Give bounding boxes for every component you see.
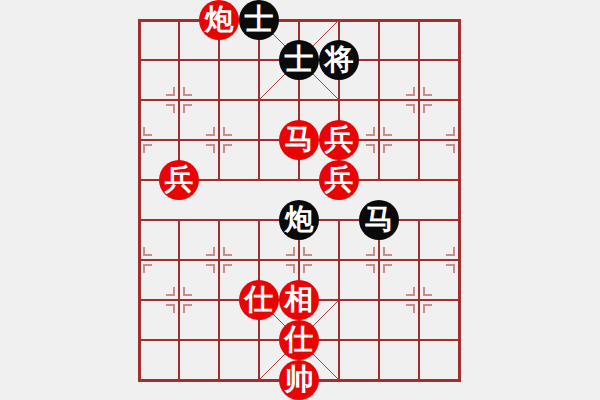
piece-glyph: 马 (285, 125, 314, 154)
piece-black-general[interactable]: 将 (319, 40, 359, 80)
piece-glyph: 炮 (205, 5, 234, 34)
piece-glyph: 士 (285, 45, 314, 74)
piece-glyph: 兵 (325, 125, 354, 154)
piece-red-advisor[interactable]: 仕 (279, 320, 319, 360)
piece-glyph: 相 (285, 285, 314, 314)
piece-glyph: 兵 (165, 165, 194, 194)
piece-black-horse[interactable]: 马 (359, 200, 399, 240)
piece-glyph: 帅 (285, 365, 314, 394)
xiangqi-board[interactable]: 炮士士将马兵兵兵炮马仕相仕帅 (119, 0, 479, 400)
piece-glyph: 兵 (325, 165, 354, 194)
board-area: 炮士士将马兵兵兵炮马仕相仕帅 (0, 0, 600, 400)
piece-red-horse[interactable]: 马 (279, 120, 319, 160)
piece-glyph: 马 (365, 205, 394, 234)
piece-red-advisor[interactable]: 仕 (239, 280, 279, 320)
piece-red-elephant[interactable]: 相 (279, 280, 319, 320)
piece-red-soldier[interactable]: 兵 (319, 120, 359, 160)
piece-red-general[interactable]: 帅 (279, 360, 319, 400)
piece-red-soldier[interactable]: 兵 (319, 160, 359, 200)
piece-glyph: 炮 (285, 205, 314, 234)
piece-black-advisor[interactable]: 士 (239, 0, 279, 40)
piece-glyph: 仕 (245, 285, 274, 314)
piece-glyph: 仕 (285, 325, 314, 354)
piece-red-soldier[interactable]: 兵 (159, 160, 199, 200)
piece-glyph: 将 (325, 45, 354, 74)
piece-black-advisor[interactable]: 士 (279, 40, 319, 80)
piece-black-cannon[interactable]: 炮 (279, 200, 319, 240)
piece-glyph: 士 (245, 5, 274, 34)
piece-red-cannon[interactable]: 炮 (199, 0, 239, 40)
